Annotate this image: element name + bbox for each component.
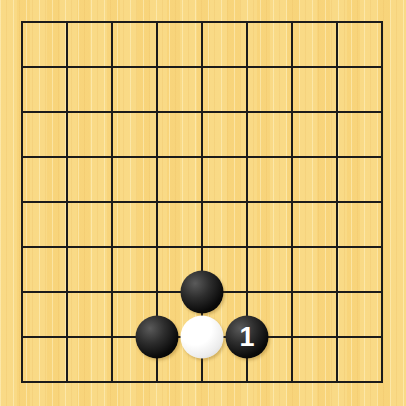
black-stone [181, 271, 224, 314]
black-stone [136, 316, 179, 359]
move-number-label: 1 [239, 324, 254, 351]
go-board: 1 [0, 0, 406, 406]
white-stone [181, 316, 224, 359]
stones-layer: 1 [0, 0, 406, 406]
black-stone: 1 [226, 316, 269, 359]
